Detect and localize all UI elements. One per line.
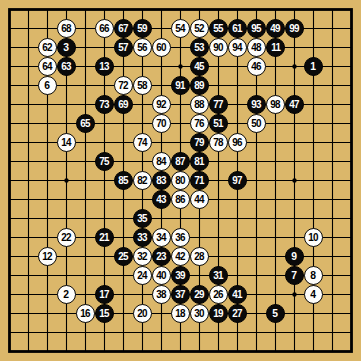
stone-black-29: 29 <box>190 285 209 304</box>
stone-black-83: 83 <box>152 171 171 190</box>
move-number: 79 <box>195 137 204 148</box>
move-number: 83 <box>157 175 166 186</box>
move-number: 89 <box>195 80 204 91</box>
move-number: 59 <box>138 23 147 34</box>
stone-black-85: 85 <box>114 171 133 190</box>
stone-black-99: 99 <box>285 19 304 38</box>
move-number: 33 <box>138 232 147 243</box>
stone-white-80: 80 <box>171 171 190 190</box>
move-number: 58 <box>138 80 147 91</box>
move-number: 85 <box>119 175 128 186</box>
stone-black-89: 89 <box>190 76 209 95</box>
stone-white-6: 6 <box>38 76 57 95</box>
stone-black-33: 33 <box>133 228 152 247</box>
stone-black-55: 55 <box>209 19 228 38</box>
stone-white-40: 40 <box>152 266 171 285</box>
stone-black-17: 17 <box>95 285 114 304</box>
stone-black-37: 37 <box>171 285 190 304</box>
stone-black-31: 31 <box>209 266 228 285</box>
stone-black-43: 43 <box>152 190 171 209</box>
move-number: 36 <box>176 232 185 243</box>
move-number: 35 <box>138 213 147 224</box>
stone-white-60: 60 <box>152 38 171 57</box>
stone-black-79: 79 <box>190 133 209 152</box>
move-number: 16 <box>81 308 90 319</box>
move-number: 18 <box>176 308 185 319</box>
move-number: 30 <box>195 308 204 319</box>
stone-black-77: 77 <box>209 95 228 114</box>
move-number: 46 <box>252 61 261 72</box>
stone-white-12: 12 <box>38 247 57 266</box>
stone-white-14: 14 <box>57 133 76 152</box>
move-number: 20 <box>138 308 147 319</box>
move-number: 1 <box>311 61 317 72</box>
stone-black-57: 57 <box>114 38 133 57</box>
move-number: 74 <box>138 137 147 148</box>
stone-white-18: 18 <box>171 304 190 323</box>
move-number: 7 <box>292 270 298 281</box>
move-number: 60 <box>157 42 166 53</box>
stone-white-78: 78 <box>209 133 228 152</box>
move-number: 91 <box>176 80 185 91</box>
move-number: 71 <box>195 175 204 186</box>
move-number: 97 <box>233 175 242 186</box>
move-number: 99 <box>290 23 299 34</box>
move-number: 70 <box>157 118 166 129</box>
stone-black-21: 21 <box>95 228 114 247</box>
move-number: 47 <box>290 99 299 110</box>
stone-white-32: 32 <box>133 247 152 266</box>
stone-black-81: 81 <box>190 152 209 171</box>
move-number: 22 <box>62 232 71 243</box>
move-number: 65 <box>81 118 90 129</box>
stone-white-26: 26 <box>209 285 228 304</box>
stone-white-10: 10 <box>304 228 323 247</box>
stone-white-62: 62 <box>38 38 57 57</box>
move-number: 43 <box>157 194 166 205</box>
move-number: 88 <box>195 99 204 110</box>
move-number: 69 <box>119 99 128 110</box>
stone-black-27: 27 <box>228 304 247 323</box>
stone-white-56: 56 <box>133 38 152 57</box>
move-number: 67 <box>119 23 128 34</box>
stone-black-9: 9 <box>285 247 304 266</box>
move-number: 87 <box>176 156 185 167</box>
move-number: 64 <box>43 61 52 72</box>
stone-black-13: 13 <box>95 57 114 76</box>
move-number: 62 <box>43 42 52 53</box>
stone-black-45: 45 <box>190 57 209 76</box>
move-number: 19 <box>214 308 223 319</box>
move-number: 57 <box>119 42 128 53</box>
stone-black-49: 49 <box>266 19 285 38</box>
stone-white-2: 2 <box>57 285 76 304</box>
move-number: 54 <box>176 23 185 34</box>
stone-white-68: 68 <box>57 19 76 38</box>
stone-black-65: 65 <box>76 114 95 133</box>
move-number: 56 <box>138 42 147 53</box>
move-number: 40 <box>157 270 166 281</box>
move-number: 61 <box>233 23 242 34</box>
stone-black-19: 19 <box>209 304 228 323</box>
move-number: 41 <box>233 289 242 300</box>
stone-white-46: 46 <box>247 57 266 76</box>
move-number: 5 <box>273 308 279 319</box>
stone-black-39: 39 <box>171 266 190 285</box>
move-number: 37 <box>176 289 185 300</box>
stone-white-38: 38 <box>152 285 171 304</box>
stone-black-1: 1 <box>304 57 323 76</box>
stone-white-64: 64 <box>38 57 57 76</box>
stone-black-61: 61 <box>228 19 247 38</box>
move-number: 6 <box>45 80 51 91</box>
stone-white-94: 94 <box>228 38 247 57</box>
move-number: 8 <box>311 270 317 281</box>
stone-white-72: 72 <box>114 76 133 95</box>
stone-white-16: 16 <box>76 304 95 323</box>
move-number: 15 <box>100 308 109 319</box>
stone-white-90: 90 <box>209 38 228 57</box>
move-number: 76 <box>195 118 204 129</box>
stone-white-34: 34 <box>152 228 171 247</box>
stone-white-48: 48 <box>247 38 266 57</box>
move-number: 34 <box>157 232 166 243</box>
move-number: 81 <box>195 156 204 167</box>
move-number: 49 <box>271 23 280 34</box>
move-number: 32 <box>138 251 147 262</box>
stone-black-93: 93 <box>247 95 266 114</box>
stone-black-59: 59 <box>133 19 152 38</box>
move-number: 3 <box>64 42 70 53</box>
stone-white-88: 88 <box>190 95 209 114</box>
move-number: 55 <box>214 23 223 34</box>
move-number: 98 <box>271 99 280 110</box>
stone-black-3: 3 <box>57 38 76 57</box>
move-number: 13 <box>100 61 109 72</box>
move-number: 10 <box>309 232 318 243</box>
move-number: 86 <box>176 194 185 205</box>
move-number: 24 <box>138 270 147 281</box>
stone-white-20: 20 <box>133 304 152 323</box>
stone-black-47: 47 <box>285 95 304 114</box>
move-number: 72 <box>119 80 128 91</box>
stone-black-73: 73 <box>95 95 114 114</box>
stone-black-41: 41 <box>228 285 247 304</box>
move-number: 9 <box>292 251 298 262</box>
move-number: 48 <box>252 42 261 53</box>
move-number: 42 <box>176 251 185 262</box>
stone-white-86: 86 <box>171 190 190 209</box>
move-number: 11 <box>271 42 280 53</box>
move-number: 82 <box>138 175 147 186</box>
stone-white-54: 54 <box>171 19 190 38</box>
stone-white-92: 92 <box>152 95 171 114</box>
stone-black-71: 71 <box>190 171 209 190</box>
move-number: 4 <box>311 289 317 300</box>
stone-white-24: 24 <box>133 266 152 285</box>
move-number: 39 <box>176 270 185 281</box>
move-number: 66 <box>100 23 109 34</box>
move-number: 96 <box>233 137 242 148</box>
move-number: 21 <box>100 232 109 243</box>
stone-black-11: 11 <box>266 38 285 57</box>
move-number: 38 <box>157 289 166 300</box>
move-number: 28 <box>195 251 204 262</box>
move-number: 17 <box>100 289 109 300</box>
move-number: 23 <box>157 251 166 262</box>
stone-white-8: 8 <box>304 266 323 285</box>
stone-white-82: 82 <box>133 171 152 190</box>
stone-white-76: 76 <box>190 114 209 133</box>
stone-black-53: 53 <box>190 38 209 57</box>
stone-black-5: 5 <box>266 304 285 323</box>
move-number: 14 <box>62 137 71 148</box>
move-number: 27 <box>233 308 242 319</box>
move-number: 44 <box>195 194 204 205</box>
stone-black-15: 15 <box>95 304 114 323</box>
stone-black-75: 75 <box>95 152 114 171</box>
move-number: 26 <box>214 289 223 300</box>
stone-black-51: 51 <box>209 114 228 133</box>
move-number: 77 <box>214 99 223 110</box>
stone-black-63: 63 <box>57 57 76 76</box>
move-number: 29 <box>195 289 204 300</box>
stone-white-66: 66 <box>95 19 114 38</box>
stone-black-91: 91 <box>171 76 190 95</box>
stone-white-36: 36 <box>171 228 190 247</box>
stone-black-87: 87 <box>171 152 190 171</box>
stone-black-97: 97 <box>228 171 247 190</box>
move-number: 84 <box>157 156 166 167</box>
move-number: 25 <box>119 251 128 262</box>
stone-white-44: 44 <box>190 190 209 209</box>
go-board[interactable]: 1234567891011121314151617181920212223242… <box>0 0 361 361</box>
move-number: 80 <box>176 175 185 186</box>
move-number: 75 <box>100 156 109 167</box>
stone-black-25: 25 <box>114 247 133 266</box>
stone-white-30: 30 <box>190 304 209 323</box>
move-number: 45 <box>195 61 204 72</box>
move-number: 51 <box>214 118 223 129</box>
move-number: 68 <box>62 23 71 34</box>
stones-layer: 1234567891011121314151617181920212223242… <box>0 0 361 361</box>
stone-black-67: 67 <box>114 19 133 38</box>
move-number: 93 <box>252 99 261 110</box>
stone-white-28: 28 <box>190 247 209 266</box>
stone-white-50: 50 <box>247 114 266 133</box>
stone-white-22: 22 <box>57 228 76 247</box>
stone-white-58: 58 <box>133 76 152 95</box>
move-number: 52 <box>195 23 204 34</box>
move-number: 53 <box>195 42 204 53</box>
stone-white-74: 74 <box>133 133 152 152</box>
stone-white-98: 98 <box>266 95 285 114</box>
stone-white-96: 96 <box>228 133 247 152</box>
move-number: 63 <box>62 61 71 72</box>
stone-black-35: 35 <box>133 209 152 228</box>
stone-white-4: 4 <box>304 285 323 304</box>
stone-black-23: 23 <box>152 247 171 266</box>
stone-black-95: 95 <box>247 19 266 38</box>
move-number: 2 <box>64 289 70 300</box>
move-number: 12 <box>43 251 52 262</box>
stone-black-69: 69 <box>114 95 133 114</box>
move-number: 50 <box>252 118 261 129</box>
move-number: 31 <box>214 270 223 281</box>
move-number: 95 <box>252 23 261 34</box>
move-number: 94 <box>233 42 242 53</box>
stone-black-7: 7 <box>285 266 304 285</box>
stone-white-52: 52 <box>190 19 209 38</box>
stone-white-70: 70 <box>152 114 171 133</box>
stone-white-84: 84 <box>152 152 171 171</box>
move-number: 90 <box>214 42 223 53</box>
move-number: 73 <box>100 99 109 110</box>
stone-white-42: 42 <box>171 247 190 266</box>
move-number: 78 <box>214 137 223 148</box>
move-number: 92 <box>157 99 166 110</box>
